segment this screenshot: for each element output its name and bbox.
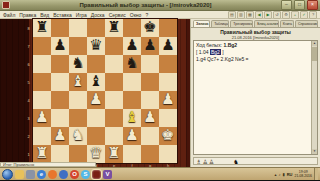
square-e8[interactable]: ♜ <box>105 19 123 37</box>
window-title: Правильный выбор защиты - [/mirovka2020] <box>12 2 279 8</box>
menu-item-1[interactable]: Правка <box>19 12 36 18</box>
square-g5[interactable] <box>141 73 159 91</box>
menu-item-2[interactable]: Вид <box>40 12 49 18</box>
square-e2[interactable] <box>105 127 123 145</box>
square-f4[interactable] <box>123 91 141 109</box>
scroll-thumb[interactable] <box>312 47 317 61</box>
chess-program-window: Правильный выбор защиты - [/mirovka2020]… <box>0 0 320 180</box>
square-f8[interactable] <box>123 19 141 37</box>
start-button[interactable] <box>2 169 13 180</box>
square-f6[interactable]: ♞ <box>123 55 141 73</box>
black-queen-d7: ♛ <box>87 37 105 55</box>
notation-scrollbar[interactable]: ▲ ▼ <box>311 41 317 154</box>
square-h2[interactable]: ♚ <box>159 127 177 145</box>
clock-date: 21.08.2016 <box>294 174 312 178</box>
square-e1[interactable]: ♜ <box>105 145 123 163</box>
notation-panel: ЗаписьТаблицаТренировкаБлиц-анализКнигаС… <box>190 19 320 167</box>
black-bishop-d5: ♝ <box>87 73 105 91</box>
scroll-up-icon[interactable]: ▲ <box>312 41 317 46</box>
menu-item-7[interactable]: Окно <box>130 12 142 18</box>
square-g7[interactable]: ♟ <box>141 37 159 55</box>
square-h1[interactable] <box>159 145 177 163</box>
flip-board-icon[interactable]: ↺ <box>273 11 281 19</box>
square-c4[interactable] <box>69 91 87 109</box>
taskbar: eOSV ▴♪▮ RU 19:09 21.08.2016 <box>0 167 320 180</box>
rank-label-6: 6 <box>25 55 32 73</box>
rank-label-7: 7 <box>25 37 32 55</box>
square-c5[interactable]: ♝ <box>69 73 87 91</box>
square-h7[interactable]: ♟ <box>159 37 177 55</box>
forward-icon[interactable]: ▶ <box>264 11 272 19</box>
minimize-button[interactable]: – <box>281 0 292 10</box>
move-prompt-move[interactable]: 1.Bg2 <box>223 42 237 48</box>
square-d5[interactable]: ♝ <box>87 73 105 91</box>
hidden-icons-icon[interactable]: ▴ <box>274 172 276 177</box>
square-c6[interactable]: ♞ <box>69 55 87 73</box>
opera-icon[interactable]: O <box>70 170 79 179</box>
toolbar-icons: ▤▥▦◀▶↺⚙+✓? <box>228 11 317 19</box>
square-f3[interactable]: ♝ <box>123 109 141 127</box>
chess-app-icon[interactable] <box>92 170 101 179</box>
white-pawn-d4: ♟ <box>87 91 105 109</box>
board-setup-icon[interactable]: ▦ <box>246 11 254 19</box>
explorer-folder-icon[interactable] <box>15 170 24 179</box>
eval-close: ] <box>222 49 223 55</box>
square-e7[interactable] <box>105 37 123 55</box>
add-icon[interactable]: + <box>291 11 299 19</box>
menu-item-6[interactable]: Сервис <box>109 12 126 18</box>
square-g1[interactable] <box>141 145 159 163</box>
square-e3[interactable] <box>105 109 123 127</box>
material-balance-bar: ♗♙♙ ♞ <box>193 157 318 165</box>
square-h5[interactable] <box>159 73 177 91</box>
square-d3[interactable] <box>87 109 105 127</box>
square-a5[interactable] <box>33 73 51 91</box>
white-queen-d1: ♛ <box>87 145 105 163</box>
eval-line: [ 1.04 Bg2 ] <box>194 48 317 55</box>
square-g8[interactable]: ♚ <box>141 19 159 37</box>
back-icon[interactable]: ◀ <box>255 11 263 19</box>
square-a6[interactable] <box>33 55 51 73</box>
rank-label-2: 2 <box>25 127 32 145</box>
square-b8[interactable] <box>51 19 69 37</box>
open-file-icon[interactable]: ▤ <box>228 11 236 19</box>
square-h6[interactable] <box>159 55 177 73</box>
viber-icon[interactable]: V <box>103 170 112 179</box>
square-d2[interactable] <box>87 127 105 145</box>
square-a8[interactable]: ♜ <box>33 19 51 37</box>
square-b6[interactable] <box>51 55 69 73</box>
main-area: 87654321 ♜♜♚♟♛♟♟♟♞♞♝♝♟♟♟♝♟♟♞♟♚♜♛♜ abcdef… <box>0 19 320 167</box>
square-g6[interactable] <box>141 55 159 73</box>
black-pawn-b7: ♟ <box>51 37 69 55</box>
black-pawn-g7: ♟ <box>141 37 159 55</box>
square-g2[interactable] <box>141 127 159 145</box>
close-button[interactable]: × <box>307 0 318 10</box>
square-a3[interactable]: ♟ <box>33 109 51 127</box>
square-e4[interactable] <box>105 91 123 109</box>
menu-bar-items: ФайлПравкаВидВставкаИграДоскаСервисОкно? <box>3 12 152 18</box>
white-pawn-f2: ♟ <box>123 127 141 145</box>
square-a1[interactable]: ♜ <box>33 145 51 163</box>
menu-item-8[interactable]: ? <box>145 12 148 18</box>
square-b7[interactable]: ♟ <box>51 37 69 55</box>
square-h8[interactable] <box>159 19 177 37</box>
volume-icon[interactable]: ♪ <box>278 172 280 177</box>
white-rook-a1: ♜ <box>33 145 51 163</box>
square-b1[interactable] <box>51 145 69 163</box>
firefox-icon[interactable] <box>48 170 57 179</box>
menu-item-3[interactable]: Вставка <box>53 12 72 18</box>
square-b5[interactable] <box>51 73 69 91</box>
black-knight-f6: ♞ <box>123 55 141 73</box>
black-king-g8: ♚ <box>141 19 159 37</box>
language-indicator[interactable]: RU <box>287 172 293 177</box>
square-f2[interactable]: ♟ <box>123 127 141 145</box>
rank-label-4: 4 <box>25 91 32 109</box>
square-e5[interactable] <box>105 73 123 91</box>
app-icon <box>2 1 10 9</box>
taskbar-clock[interactable]: 19:09 21.08.2016 <box>294 170 312 178</box>
black-rook-e8: ♜ <box>105 19 123 37</box>
tab-0[interactable]: Запись <box>193 20 210 27</box>
maximize-button[interactable]: □ <box>294 0 305 10</box>
menu-item-0[interactable]: Файл <box>3 12 15 18</box>
tab-1[interactable]: Таблица <box>211 20 229 27</box>
white-rook-e1: ♜ <box>105 145 123 163</box>
rank-label-8: 8 <box>25 19 32 37</box>
menu-item-5[interactable]: Доска <box>91 12 105 18</box>
menu-item-4[interactable]: Игра <box>76 12 87 18</box>
tab-3[interactable]: Блиц-анализ <box>254 20 279 27</box>
tray-icons: ▴♪▮ <box>274 172 284 177</box>
white-king-h2: ♚ <box>159 127 177 145</box>
skype-icon[interactable]: S <box>81 170 90 179</box>
square-g4[interactable] <box>141 91 159 109</box>
square-d6[interactable] <box>87 55 105 73</box>
internet-explorer-icon[interactable]: e <box>37 170 46 179</box>
square-d8[interactable] <box>87 19 105 37</box>
square-b3[interactable] <box>51 109 69 127</box>
black-knight-c6: ♞ <box>69 55 87 73</box>
white-bishop-f3: ♝ <box>123 109 141 127</box>
board-window: 87654321 ♜♜♚♟♛♟♟♟♞♞♝♝♟♟♟♝♟♟♞♟♚♜♛♜ abcdef… <box>0 19 190 167</box>
game-header: Правильный выбор защиты 21.08.2016 [/mir… <box>191 27 320 40</box>
tab-2[interactable]: Тренировка <box>230 20 253 27</box>
square-d1[interactable]: ♛ <box>87 145 105 163</box>
square-d4[interactable]: ♟ <box>87 91 105 109</box>
square-e6[interactable] <box>105 55 123 73</box>
square-f5[interactable] <box>123 73 141 91</box>
square-b2[interactable]: ♟ <box>51 127 69 145</box>
black-material-icons: ♞ <box>233 158 238 165</box>
square-a7[interactable] <box>33 37 51 55</box>
notation-tabs: ЗаписьТаблицаТренировкаБлиц-анализКнигаС… <box>191 19 320 27</box>
variation-line[interactable]: 1.g4 Qc7+ 2.Kg2 Ne5 = <box>194 55 317 62</box>
scroll-down-icon[interactable]: ▼ <box>312 149 317 154</box>
check-icon[interactable]: ✓ <box>300 11 308 19</box>
image-viewer-icon[interactable] <box>26 170 35 179</box>
white-pawn-a3: ♟ <box>33 109 51 127</box>
square-b4[interactable] <box>51 91 69 109</box>
square-f1[interactable] <box>123 145 141 163</box>
notation-box: Ход белых: 1.Bg2 [ 1.04 Bg2 ] 1.g4 Qc7+ … <box>193 40 318 155</box>
square-h4[interactable]: ♟ <box>159 91 177 109</box>
square-c7[interactable] <box>69 37 87 55</box>
white-pawn-g3: ♟ <box>141 109 159 127</box>
square-d7[interactable]: ♛ <box>87 37 105 55</box>
network-icon[interactable]: ▮ <box>282 172 284 177</box>
black-rook-a8: ♜ <box>33 19 51 37</box>
media-player-icon[interactable] <box>59 170 68 179</box>
white-pawn-b2: ♟ <box>51 127 69 145</box>
rank-labels: 87654321 <box>25 19 32 163</box>
square-a2[interactable] <box>33 127 51 145</box>
black-pawn-f7: ♟ <box>123 37 141 55</box>
square-f7[interactable]: ♟ <box>123 37 141 55</box>
eval-open: [ 1.04 <box>196 49 209 55</box>
chess-board: ♜♜♚♟♛♟♟♟♞♞♝♝♟♟♟♝♟♟♞♟♚♜♛♜ <box>33 19 177 163</box>
black-pawn-h7: ♟ <box>159 37 177 55</box>
engine-icon[interactable]: ⚙ <box>282 11 290 19</box>
square-c2[interactable]: ♞ <box>69 127 87 145</box>
system-tray: ▴♪▮ RU 19:09 21.08.2016 <box>274 168 318 181</box>
move-prompt-label: Ход белых: <box>196 42 222 48</box>
taskbar-icons: eOSV <box>15 170 112 179</box>
title-bar: Правильный выбор защиты - [/mirovka2020]… <box>0 0 320 11</box>
selected-move[interactable]: Bg2 <box>210 49 221 55</box>
white-material-icons: ♗♙♙ <box>196 158 215 165</box>
show-desktop-button[interactable] <box>314 168 318 181</box>
square-c3[interactable] <box>69 109 87 127</box>
white-knight-c2: ♞ <box>69 127 87 145</box>
move-prompt-line: Ход белых: 1.Bg2 <box>194 41 317 48</box>
tab-4[interactable]: Книга <box>280 20 294 27</box>
save-icon[interactable]: ▥ <box>237 11 245 19</box>
white-pawn-h4: ♟ <box>159 91 177 109</box>
rank-label-5: 5 <box>25 73 32 91</box>
square-a4[interactable] <box>33 91 51 109</box>
square-c1[interactable] <box>69 145 87 163</box>
rank-label-1: 1 <box>25 145 32 163</box>
square-h3[interactable] <box>159 109 177 127</box>
help-icon[interactable]: ? <box>309 11 317 19</box>
rank-label-3: 3 <box>25 109 32 127</box>
tab-5[interactable]: Справочник <box>295 20 318 27</box>
square-g3[interactable]: ♟ <box>141 109 159 127</box>
square-c8[interactable] <box>69 19 87 37</box>
white-bishop-c5: ♝ <box>69 73 87 91</box>
